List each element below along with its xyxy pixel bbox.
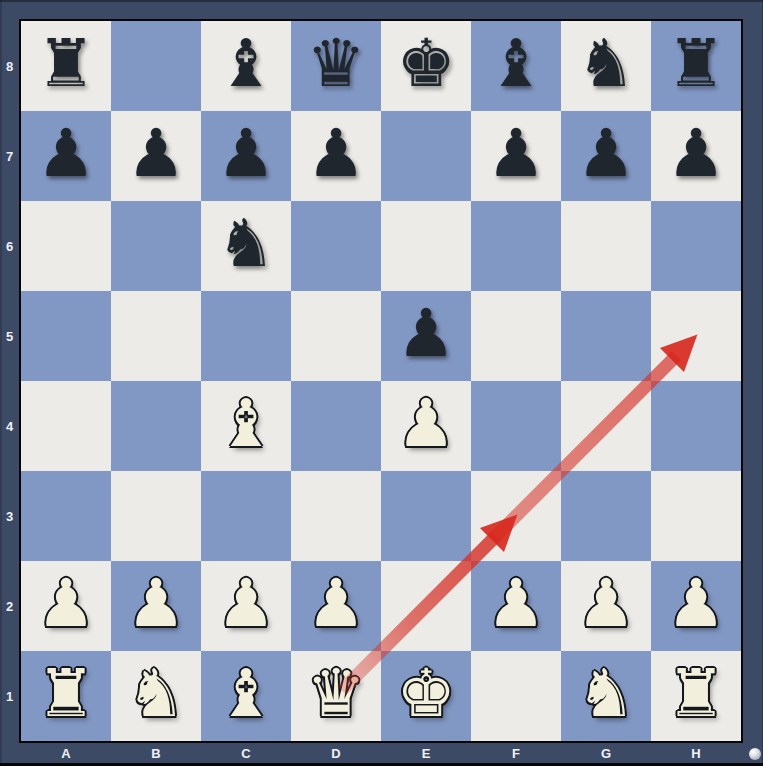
square-e6[interactable]: [381, 201, 471, 291]
square-e2[interactable]: [381, 561, 471, 651]
square-d7[interactable]: ♟: [291, 111, 381, 201]
square-d1[interactable]: ♛: [291, 651, 381, 741]
square-e8[interactable]: ♚: [381, 21, 471, 111]
square-d3[interactable]: [291, 471, 381, 561]
file-label-h: H: [651, 743, 741, 763]
file-labels: ABCDEFGH: [21, 743, 741, 763]
piece-white-pawn[interactable]: ♟: [396, 391, 455, 457]
rank-label-3: 3: [0, 471, 19, 561]
square-c3[interactable]: [201, 471, 291, 561]
square-g6[interactable]: [561, 201, 651, 291]
square-h1[interactable]: ♜: [651, 651, 741, 741]
square-b3[interactable]: [111, 471, 201, 561]
piece-black-pawn[interactable]: ♟: [306, 121, 365, 187]
piece-white-pawn[interactable]: ♟: [126, 571, 185, 637]
square-b5[interactable]: [111, 291, 201, 381]
square-h7[interactable]: ♟: [651, 111, 741, 201]
square-e3[interactable]: [381, 471, 471, 561]
piece-white-queen[interactable]: ♛: [306, 661, 365, 727]
rank-label-6: 6: [0, 201, 19, 291]
square-g8[interactable]: ♞: [561, 21, 651, 111]
piece-black-pawn[interactable]: ♟: [666, 121, 725, 187]
square-d5[interactable]: [291, 291, 381, 381]
square-c5[interactable]: [201, 291, 291, 381]
piece-white-rook[interactable]: ♜: [36, 661, 95, 727]
piece-white-knight[interactable]: ♞: [576, 661, 635, 727]
square-h2[interactable]: ♟: [651, 561, 741, 651]
piece-black-pawn[interactable]: ♟: [486, 121, 545, 187]
piece-white-pawn[interactable]: ♟: [486, 571, 545, 637]
square-a4[interactable]: [21, 381, 111, 471]
chess-board: ♜♝♛♚♝♞♜♟♟♟♟♟♟♟♞♟♝♟♟♟♟♟♟♟♟♜♞♝♛♚♞♜: [19, 19, 743, 743]
square-f7[interactable]: ♟: [471, 111, 561, 201]
rank-labels: 87654321: [0, 21, 19, 741]
square-b6[interactable]: [111, 201, 201, 291]
square-c1[interactable]: ♝: [201, 651, 291, 741]
rank-label-7: 7: [0, 111, 19, 201]
file-label-b: B: [111, 743, 201, 763]
rank-label-2: 2: [0, 561, 19, 651]
rank-label-4: 4: [0, 381, 19, 471]
square-e5[interactable]: ♟: [381, 291, 471, 381]
piece-white-bishop[interactable]: ♝: [216, 391, 275, 457]
square-h4[interactable]: [651, 381, 741, 471]
square-f8[interactable]: ♝: [471, 21, 561, 111]
square-a2[interactable]: ♟: [21, 561, 111, 651]
square-b1[interactable]: ♞: [111, 651, 201, 741]
piece-white-rook[interactable]: ♜: [666, 661, 725, 727]
square-a8[interactable]: ♜: [21, 21, 111, 111]
square-g7[interactable]: ♟: [561, 111, 651, 201]
square-h5[interactable]: [651, 291, 741, 381]
piece-white-pawn[interactable]: ♟: [216, 571, 275, 637]
rank-label-1: 1: [0, 651, 19, 741]
piece-white-pawn[interactable]: ♟: [306, 571, 365, 637]
piece-black-rook[interactable]: ♜: [36, 31, 95, 97]
square-d4[interactable]: [291, 381, 381, 471]
file-label-f: F: [471, 743, 561, 763]
square-e1[interactable]: ♚: [381, 651, 471, 741]
square-a7[interactable]: ♟: [21, 111, 111, 201]
square-f5[interactable]: [471, 291, 561, 381]
piece-black-pawn[interactable]: ♟: [36, 121, 95, 187]
file-label-d: D: [291, 743, 381, 763]
piece-black-queen[interactable]: ♛: [306, 31, 365, 97]
square-d6[interactable]: [291, 201, 381, 291]
piece-white-bishop[interactable]: ♝: [216, 661, 275, 727]
file-label-c: C: [201, 743, 291, 763]
square-f4[interactable]: [471, 381, 561, 471]
square-g4[interactable]: [561, 381, 651, 471]
piece-black-king[interactable]: ♚: [396, 31, 455, 97]
square-d2[interactable]: ♟: [291, 561, 381, 651]
square-h8[interactable]: ♜: [651, 21, 741, 111]
square-c2[interactable]: ♟: [201, 561, 291, 651]
square-f6[interactable]: [471, 201, 561, 291]
piece-white-pawn[interactable]: ♟: [666, 571, 725, 637]
square-c7[interactable]: ♟: [201, 111, 291, 201]
piece-black-knight[interactable]: ♞: [576, 31, 635, 97]
square-a6[interactable]: [21, 201, 111, 291]
piece-white-pawn[interactable]: ♟: [576, 571, 635, 637]
piece-black-pawn[interactable]: ♟: [216, 121, 275, 187]
piece-black-knight[interactable]: ♞: [216, 211, 275, 277]
piece-white-king[interactable]: ♚: [396, 661, 455, 727]
square-b8[interactable]: [111, 21, 201, 111]
square-e7[interactable]: [381, 111, 471, 201]
square-a3[interactable]: [21, 471, 111, 561]
file-label-a: A: [21, 743, 111, 763]
square-c4[interactable]: ♝: [201, 381, 291, 471]
square-g5[interactable]: [561, 291, 651, 381]
square-f1[interactable]: [471, 651, 561, 741]
chess-board-window: 87654321 ♜♝♛♚♝♞♜♟♟♟♟♟♟♟♞♟♝♟♟♟♟♟♟♟♟♜♞♝♛♚♞…: [0, 0, 763, 766]
square-b4[interactable]: [111, 381, 201, 471]
piece-white-knight[interactable]: ♞: [126, 661, 185, 727]
square-c6[interactable]: ♞: [201, 201, 291, 291]
square-h3[interactable]: [651, 471, 741, 561]
piece-black-pawn[interactable]: ♟: [126, 121, 185, 187]
rank-label-5: 5: [0, 291, 19, 381]
square-b7[interactable]: ♟: [111, 111, 201, 201]
square-a1[interactable]: ♜: [21, 651, 111, 741]
square-h6[interactable]: [651, 201, 741, 291]
corner-ball-icon: [749, 748, 761, 760]
piece-black-rook[interactable]: ♜: [666, 31, 725, 97]
square-a5[interactable]: [21, 291, 111, 381]
piece-black-pawn[interactable]: ♟: [396, 301, 455, 367]
square-b2[interactable]: ♟: [111, 561, 201, 651]
square-c8[interactable]: ♝: [201, 21, 291, 111]
square-f2[interactable]: ♟: [471, 561, 561, 651]
square-e4[interactable]: ♟: [381, 381, 471, 471]
square-f3[interactable]: [471, 471, 561, 561]
file-label-g: G: [561, 743, 651, 763]
file-label-e: E: [381, 743, 471, 763]
square-g1[interactable]: ♞: [561, 651, 651, 741]
piece-white-pawn[interactable]: ♟: [36, 571, 95, 637]
piece-black-pawn[interactable]: ♟: [576, 121, 635, 187]
piece-black-bishop[interactable]: ♝: [216, 31, 275, 97]
square-d8[interactable]: ♛: [291, 21, 381, 111]
rank-label-8: 8: [0, 21, 19, 111]
piece-black-bishop[interactable]: ♝: [486, 31, 545, 97]
square-g2[interactable]: ♟: [561, 561, 651, 651]
square-g3[interactable]: [561, 471, 651, 561]
